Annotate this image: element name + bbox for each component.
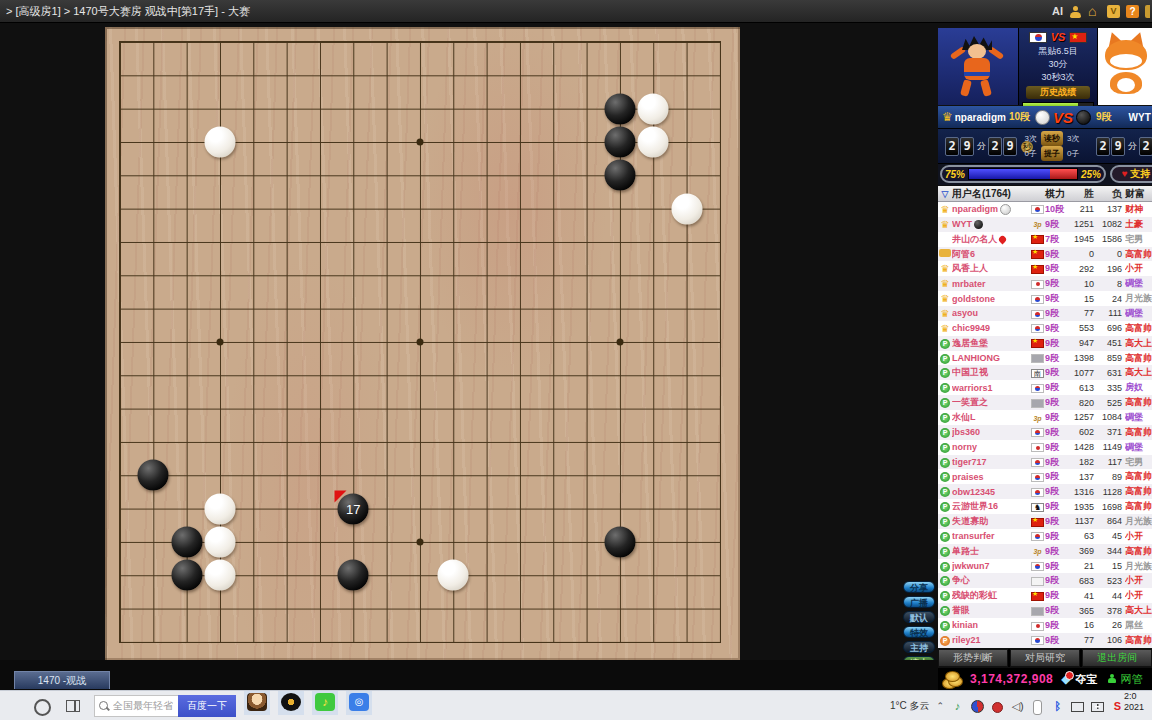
shop-icon[interactable]: V	[1107, 5, 1120, 18]
clock-digit: 2	[1139, 137, 1152, 156]
heart-icon: ♥	[1122, 168, 1128, 179]
vs-label: VS	[1053, 109, 1073, 126]
search-icon	[98, 700, 110, 712]
wins: 613	[1067, 383, 1097, 393]
table-row[interactable]: ♛WYT3p9段12511082土豪	[938, 217, 1152, 232]
black-captures: 0子	[1067, 146, 1079, 161]
flag-cell: ★	[1030, 338, 1045, 348]
rank: 7段	[1045, 233, 1067, 246]
wealth: 宅男	[1125, 233, 1152, 246]
wealth: 月光族	[1125, 560, 1152, 573]
flag-cell	[1030, 635, 1045, 645]
crown-icon: ♛	[941, 263, 950, 274]
green-p-icon: P	[940, 502, 950, 512]
cn-flag-icon: ★	[1031, 592, 1044, 601]
star-point	[416, 538, 423, 545]
losses: 1698	[1097, 502, 1125, 512]
username: obw12345	[952, 487, 1030, 497]
help-icon[interactable]: ?	[1126, 5, 1139, 18]
search-placeholder: 全国最年轻省级党...	[113, 699, 173, 713]
table-row[interactable]: P中国卫视南9段1077631高大上	[938, 365, 1152, 380]
board-grid[interactable]: 17	[119, 41, 721, 643]
wealth: 高富帅	[1125, 485, 1152, 498]
flag-cell	[1030, 308, 1045, 318]
black-stone	[138, 460, 169, 491]
bottom-strip	[0, 660, 938, 690]
clock-digit: 2	[945, 137, 959, 156]
rank: 9段	[1045, 515, 1067, 528]
username: 中国卫视	[952, 366, 1030, 379]
row-icon: ♛	[938, 278, 952, 289]
black-stone	[604, 93, 635, 124]
username: riley21	[952, 635, 1030, 645]
knight-flag-icon: ♞	[1031, 503, 1044, 512]
username: transurfer	[952, 531, 1030, 541]
app-icon-blue[interactable]: ◎	[346, 691, 372, 715]
table-row[interactable]: ♛goldstone9段1524月光族	[938, 291, 1152, 306]
username: tiger717	[952, 457, 1030, 467]
volume-tray-icon[interactable]: ◁)	[1011, 700, 1024, 713]
wins: 1428	[1067, 442, 1097, 452]
vs-label: VS	[1051, 31, 1066, 43]
dark-flag-icon: 南	[1031, 369, 1044, 378]
cn-flag-icon: ★	[1031, 339, 1044, 348]
wealth: 高富帅	[1125, 426, 1152, 439]
white-captures: 0子	[1025, 146, 1037, 161]
flag-cell	[1030, 204, 1045, 214]
green-p-icon: P	[940, 458, 950, 468]
vote-bar: 75% 25% ♥ 支持	[938, 164, 1152, 185]
treasure-button[interactable]: 夺宝	[1075, 672, 1097, 687]
black-stone	[604, 126, 635, 157]
table-row[interactable]: P残缺的彩虹★9段4144小开	[938, 588, 1152, 603]
crown-icon: ♛	[941, 278, 950, 289]
side-button[interactable]: 主持	[903, 641, 935, 653]
wins: 369	[1067, 546, 1097, 556]
side-button[interactable]: 特效	[903, 626, 935, 638]
wins: 1945	[1067, 234, 1097, 244]
last-move-stone: 17	[338, 493, 369, 524]
losses: 1084	[1097, 412, 1125, 422]
losses: 8	[1097, 279, 1125, 289]
green-p-icon: P	[940, 487, 950, 497]
black-stone-icon	[974, 220, 983, 229]
username: warriors1	[952, 383, 1030, 393]
wealth: 高富帅	[1125, 352, 1152, 365]
white-stone	[204, 560, 235, 591]
flag-cell: ★	[1030, 234, 1045, 244]
home-icon[interactable]: ⌂	[1088, 5, 1101, 18]
vote-track	[968, 168, 1078, 180]
app-screen: > [高级房1] > 1470号大赛房 观战中[第17手] - 大赛 AI ⌂ …	[0, 0, 1152, 720]
flag-cell	[1030, 576, 1045, 586]
flag-cell	[1030, 561, 1045, 571]
rank: 9段	[1045, 366, 1067, 379]
flag-cell	[1030, 487, 1045, 497]
table-row[interactable]: Pjwkwun79段2115月光族	[938, 559, 1152, 574]
username: 井山の名人	[952, 233, 1030, 246]
row-icon: P	[938, 546, 952, 557]
wealth: 小开	[1125, 589, 1152, 602]
losses: 371	[1097, 427, 1125, 437]
losses: 44	[1097, 591, 1125, 601]
table-row[interactable]: P单路士3p9段369344高富帅	[938, 544, 1152, 559]
rank: 9段	[1045, 381, 1067, 394]
app-icon-vinyl[interactable]	[278, 691, 304, 715]
losses: 89	[1097, 472, 1125, 482]
partial-icon	[1145, 5, 1150, 18]
music-note-tray-icon[interactable]: ♪	[951, 700, 964, 713]
green-p-icon: P	[940, 562, 950, 572]
table-row[interactable]: ♛风香上人★9段292196小开	[938, 261, 1152, 276]
wealth: 高富帅	[1125, 248, 1152, 261]
wins: 77	[1067, 635, 1097, 645]
username: jbs360	[952, 427, 1030, 437]
header-rank[interactable]: 棋力	[1045, 187, 1067, 201]
taskbar-date: 2021	[1124, 702, 1144, 712]
rank: 9段	[1045, 456, 1067, 469]
row-icon: P	[938, 561, 952, 572]
green-p-icon: P	[940, 339, 950, 349]
row-icon: ♛	[938, 293, 952, 304]
rank: 9段	[1045, 545, 1067, 558]
losses: 696	[1097, 323, 1125, 333]
row-icon: P	[938, 382, 952, 393]
rank: 9段	[1045, 589, 1067, 602]
row-icon: P	[938, 501, 952, 512]
flag-cell	[1030, 620, 1045, 630]
user-icon[interactable]	[1069, 5, 1082, 18]
flag-cell	[1030, 383, 1045, 393]
wealth: 高富帅	[1125, 322, 1152, 335]
wins: 211	[1067, 204, 1097, 214]
losses: 15	[1097, 561, 1125, 571]
pro-flag-icon: 3p	[1031, 414, 1044, 423]
location-pin-icon	[998, 234, 1008, 244]
table-row[interactable]: Pobw123459段13161128高富帅	[938, 484, 1152, 499]
username: 逸居鱼堡	[952, 337, 1030, 350]
bluetooth-tray-icon[interactable]: ᛒ	[1051, 700, 1064, 713]
table-row[interactable]: ♛chic99499段553696高富帅	[938, 321, 1152, 336]
crown-icon: ♛	[941, 219, 950, 230]
white-stone	[671, 193, 702, 224]
row-icon: P	[938, 516, 952, 527]
app-icon-character[interactable]	[244, 691, 270, 715]
table-row[interactable]: 井山の名人★7段19451586宅男	[938, 232, 1152, 247]
minute-label: 分	[977, 140, 986, 153]
header-wealth[interactable]: 财富	[1125, 187, 1152, 201]
wins: 553	[1067, 323, 1097, 333]
record-tray-icon[interactable]	[991, 700, 1004, 713]
clock-digit: 2	[988, 137, 1002, 156]
flag-cell: 南	[1030, 368, 1045, 378]
green-p-icon: P	[940, 621, 950, 631]
table-row[interactable]: Priley219段77106高富帅	[938, 633, 1152, 648]
flag-cell: ♞	[1030, 502, 1045, 512]
crown-icon: ♛	[941, 293, 950, 304]
flag-cell: ★	[1030, 591, 1045, 601]
wealth: 小开	[1125, 530, 1152, 543]
tray-expand-icon[interactable]: ⌃	[936, 701, 944, 711]
app-icon-music[interactable]: ♪	[312, 691, 338, 715]
rank: 9段	[1045, 322, 1067, 335]
sogou-tray-icon[interactable]: S	[1111, 700, 1124, 713]
rank: 9段	[1045, 634, 1067, 647]
clock-digit: 9	[1111, 137, 1125, 156]
jp-flag-icon	[1031, 443, 1044, 452]
admin-button[interactable]: 网管	[1120, 672, 1142, 687]
losses: 1128	[1097, 487, 1125, 497]
komi-label: 黑贴6.5目	[1019, 45, 1097, 58]
username: 水仙L	[952, 411, 1030, 424]
black-stone	[604, 526, 635, 557]
rank: 9段	[1045, 530, 1067, 543]
losses: 24	[1097, 294, 1125, 304]
row-icon: P	[938, 353, 952, 364]
wheel-tray-icon[interactable]	[971, 700, 984, 713]
losses: 137	[1097, 204, 1125, 214]
white-player-name[interactable]: nparadigm	[955, 112, 1006, 123]
rank: 9段	[1045, 485, 1067, 498]
table-row[interactable]: ♛asyou9段77111碉堡	[938, 306, 1152, 321]
table-row[interactable]: P逸居鱼堡★9段947451高大上	[938, 336, 1152, 351]
table-row[interactable]: Pwarriors19段613335房奴	[938, 380, 1152, 395]
username: LANHIONG	[952, 353, 1030, 363]
losses: 523	[1097, 576, 1125, 586]
losses: 0	[1097, 249, 1125, 259]
row-icon: P	[938, 367, 952, 378]
wins: 63	[1067, 531, 1097, 541]
flag-cell	[1030, 279, 1045, 289]
orange-p-icon: P	[940, 636, 950, 646]
rank: 9段	[1045, 292, 1067, 305]
losses: 1149	[1097, 442, 1125, 452]
black-byoyomi-count: 3次	[1067, 131, 1079, 146]
green-p-icon: P	[940, 517, 950, 527]
white-byoyomi-count: 3次	[1025, 131, 1037, 146]
row-icon: ♛	[938, 263, 952, 274]
table-row[interactable]: P争心9段683523小开	[938, 573, 1152, 588]
white-stone	[204, 493, 235, 524]
wealth: 宅男	[1125, 456, 1152, 469]
green-p-icon: P	[940, 576, 950, 586]
username: nparadigm	[952, 204, 1030, 215]
wins: 182	[1067, 457, 1097, 467]
username: mrbater	[952, 279, 1030, 289]
wealth: 高大上	[1125, 366, 1152, 379]
rank: 9段	[1045, 500, 1067, 513]
user-table-header[interactable]: ▽ 用户名(1764) 棋力 胜 负 财富	[938, 186, 1152, 202]
losses: 451	[1097, 338, 1125, 348]
green-p-icon: P	[940, 368, 950, 378]
username: 誉眼	[952, 604, 1030, 617]
cortana-icon[interactable]	[34, 699, 51, 716]
research-button[interactable]: 对局研究	[1010, 649, 1080, 667]
flag-cell	[1030, 531, 1045, 541]
username: 争心	[952, 574, 1030, 587]
table-row[interactable]: P水仙L3p9段12571084碉堡	[938, 410, 1152, 425]
table-row[interactable]: P失道寡助★9段1137864月光族	[938, 514, 1152, 529]
cn-flag-icon: ★	[1031, 250, 1044, 259]
wealth: 碉堡	[1125, 411, 1152, 424]
row-icon: ♛	[938, 219, 952, 230]
wins: 137	[1067, 472, 1097, 482]
username: 单路士	[952, 545, 1030, 558]
row-icon: P	[938, 397, 952, 408]
username: 一笑置之	[952, 396, 1030, 409]
wealth: 财神	[1125, 203, 1152, 216]
admin-icon[interactable]	[1107, 674, 1117, 684]
avatar-fox	[1098, 28, 1152, 105]
table-row[interactable]: Ppraises9段13789高富帅	[938, 469, 1152, 484]
rank: 9段	[1045, 411, 1067, 424]
china-flag-icon: ★	[1069, 32, 1087, 43]
baidu-search-button[interactable]: 百度一下	[178, 695, 236, 717]
row-icon: ♛	[938, 323, 952, 334]
table-row[interactable]: Ptransurfer9段6345小开	[938, 529, 1152, 544]
weather-widget[interactable]: 1°C 多云	[890, 699, 930, 713]
board-side-buttons: 分享广播默认特效主持缩小	[903, 581, 937, 671]
table-row[interactable]: Ptiger7179段182117宅男	[938, 455, 1152, 470]
white-player-rank: 10段	[1009, 110, 1030, 124]
green-p-icon: P	[940, 547, 950, 557]
kr-flag-icon	[1031, 205, 1044, 214]
losses: 335	[1097, 383, 1125, 393]
row-icon: ♛	[938, 308, 952, 319]
flag-cell: 3p	[1030, 412, 1045, 422]
wealth: 小开	[1125, 574, 1152, 587]
table-row[interactable]: Pjbs3609段602371高富帅	[938, 425, 1152, 440]
wealth: 土豪	[1125, 218, 1152, 231]
losses: 525	[1097, 398, 1125, 408]
table-row[interactable]: P誉眼9段365378高大上	[938, 603, 1152, 618]
black-player-name[interactable]: WYT	[1129, 112, 1151, 123]
pro-flag-icon: 3p	[1031, 547, 1044, 556]
header-username[interactable]: 用户名(1764)	[952, 187, 1030, 201]
row-icon: P	[938, 486, 952, 497]
table-row[interactable]: Pnorny9段14281149碉堡	[938, 440, 1152, 455]
table-row[interactable]: PLANHIONG9段1398859高富帅	[938, 351, 1152, 366]
table-row[interactable]: ♛nparadigm10段211137财神	[938, 202, 1152, 217]
rank: 9段	[1045, 352, 1067, 365]
pro-flag-icon: 3p	[1031, 220, 1044, 229]
kr-flag-icon	[1031, 562, 1044, 571]
exit-room-button[interactable]: 退出房间	[1082, 649, 1152, 667]
clock-digit: 2	[1096, 137, 1110, 156]
treasure-icon[interactable]: ◆	[1061, 672, 1070, 686]
row-icon: P	[938, 457, 952, 468]
taskbar-clock[interactable]: 2:0 2021	[1124, 691, 1152, 713]
white-stone	[438, 560, 469, 591]
clock-digit: 9	[960, 137, 974, 156]
white-stone	[638, 126, 669, 157]
username: 风香上人	[952, 262, 1030, 275]
wealth: 房奴	[1125, 381, 1152, 394]
wins: 1077	[1067, 368, 1097, 378]
green-p-icon: P	[940, 413, 950, 423]
row-icon: P	[938, 620, 952, 631]
table-row[interactable]: P云游世界16♞9段19351698高富帅	[938, 499, 1152, 514]
losses: 859	[1097, 353, 1125, 363]
side-button[interactable]: 广播	[903, 596, 935, 608]
search-box[interactable]: 全国最年轻省级党... 百度一下	[94, 695, 236, 717]
gold-bar: 3,174,372,908 ◆ 夺宝 网管	[938, 668, 1152, 690]
table-row[interactable]: Pkinian9段1626屌丝	[938, 618, 1152, 633]
cast-tray-icon[interactable]	[1091, 700, 1104, 713]
kr-flag-icon	[1031, 428, 1044, 437]
losses: 378	[1097, 606, 1125, 616]
table-row[interactable]: P一笑置之9段820525高富帅	[938, 395, 1152, 410]
breadcrumb: > [高级房1] > 1470号大赛房 观战中[第17手] - 大赛	[6, 0, 250, 22]
white-stone-icon	[1035, 110, 1050, 125]
green-p-icon: P	[940, 606, 950, 616]
clock-bar: 29分29秒 3次 读秒 3次 0子 提子 0子 29分22秒	[938, 129, 1152, 164]
losses: 864	[1097, 516, 1125, 526]
jp-flag-icon	[1031, 280, 1044, 289]
username: 阿管6	[952, 248, 1030, 261]
username: 残缺的彩虹	[952, 589, 1030, 602]
byoyomi-label: 读秒	[1041, 131, 1063, 146]
header-wins[interactable]: 胜	[1067, 187, 1097, 201]
row-icon: P	[938, 590, 952, 601]
row-icon: P	[938, 427, 952, 438]
kr-flag-icon	[1031, 384, 1044, 393]
capsule-tray-icon[interactable]	[1031, 700, 1044, 713]
wins: 1316	[1067, 487, 1097, 497]
flag-cell: 3p	[1030, 546, 1045, 556]
monitor-tray-icon[interactable]	[1071, 700, 1084, 713]
wins: 683	[1067, 576, 1097, 586]
rank: 9段	[1045, 619, 1067, 632]
black-stone	[171, 526, 202, 557]
wealth: 小开	[1125, 262, 1152, 275]
vote-red-bar	[1050, 169, 1077, 179]
support-button[interactable]: ♥ 支持	[1110, 165, 1152, 183]
row-icon: P	[938, 442, 952, 453]
go-board[interactable]: 17	[105, 27, 740, 660]
black-stone	[604, 160, 635, 191]
flag-cell	[1030, 472, 1045, 482]
flag-cell: ★	[1030, 264, 1045, 274]
task-view-icon[interactable]	[66, 700, 80, 712]
table-row[interactable]: ♛mrbater9段108碉堡	[938, 276, 1152, 291]
side-button[interactable]: 默认	[903, 611, 935, 623]
kr-flag-icon	[1031, 324, 1044, 333]
kr-flag-icon	[1031, 473, 1044, 482]
losses: 111	[1097, 308, 1125, 318]
jp-flag-icon	[1031, 622, 1044, 631]
row-icon: P	[938, 575, 952, 586]
flag-cell	[1030, 323, 1045, 333]
table-row[interactable]: 阿管6★9段00高富帅	[938, 247, 1152, 262]
match-banner: VS ★ 黑贴6.5目 30分 30秒3次 历史战绩	[938, 28, 1152, 105]
green-p-icon: P	[940, 428, 950, 438]
history-record-button[interactable]: 历史战绩	[1026, 86, 1090, 99]
header-losses[interactable]: 负	[1097, 187, 1125, 201]
side-button[interactable]: 分享	[903, 581, 935, 593]
judge-button[interactable]: 形势判断	[938, 649, 1008, 667]
room-tab[interactable]: 1470 -观战	[14, 671, 110, 689]
rank: 10段	[1045, 203, 1067, 216]
filter-icon[interactable]: ▽	[942, 189, 949, 199]
kr-flag-icon	[1031, 488, 1044, 497]
rank: 9段	[1045, 441, 1067, 454]
move-number-label: 17	[338, 493, 369, 524]
masks-icon	[939, 249, 951, 257]
ai-icon[interactable]: AI	[1052, 0, 1063, 22]
losses: 117	[1097, 457, 1125, 467]
taskbar: 全国最年轻省级党... 百度一下 ♪ ◎ 1°C 多云 ⌃ ♪ ◁) ᛒ S 2…	[0, 690, 1152, 720]
